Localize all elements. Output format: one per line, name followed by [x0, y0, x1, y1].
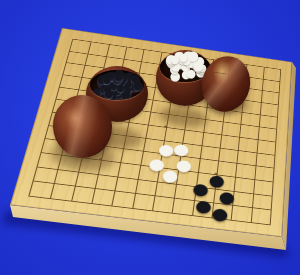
board-surface: ●●●●●●●●●● — [10, 28, 292, 237]
white-bowl-stone: ● — [193, 59, 204, 72]
black-bowl-stone: ● — [113, 71, 123, 83]
black-bowl-opening: ●●●●●●●●●●●●●●●●●●●●●●●●●●●●●●●●●● — [90, 70, 144, 100]
grid-cell — [250, 207, 270, 224]
hoshi-point — [98, 157, 102, 160]
grid-cell — [132, 193, 155, 210]
go-set-photo: ●●●●●●●●●● ●●●●●●●●●●●●●●●●●●●●●●●●●●●●●… — [0, 0, 300, 275]
black-bowl-stone: ● — [104, 88, 114, 99]
black-bowl-stone: ● — [121, 89, 132, 100]
hoshi-point — [164, 125, 167, 128]
white-stone: ● — [155, 164, 184, 188]
black-bowl-stone: ● — [132, 79, 143, 91]
grid-cell — [152, 196, 174, 213]
white-bowl-stone: ● — [179, 53, 188, 64]
black-stone: ● — [206, 201, 235, 226]
